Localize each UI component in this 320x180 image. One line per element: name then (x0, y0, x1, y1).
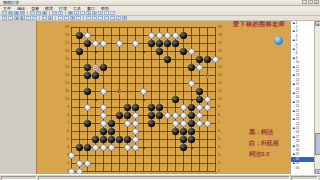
white-move-icon: □ (293, 167, 295, 170)
stone-black (148, 104, 155, 111)
toolbar-separator (39, 16, 40, 20)
stone-black (172, 40, 179, 47)
stone-white (212, 56, 219, 63)
stone-black (180, 136, 187, 143)
black-player-line: 黑：柯洁 (249, 127, 279, 138)
coordinate-label: 8 (59, 113, 69, 117)
triangle-icon[interactable]: △ (92, 16, 97, 20)
black-move-icon: ■ (293, 74, 295, 77)
stone-white (196, 112, 203, 119)
coordinate-label: 3 (218, 153, 228, 157)
coordinate-label: 19 (218, 25, 228, 29)
status-bar (0, 174, 320, 180)
coordinate-label: 7 (218, 121, 228, 125)
paste-icon[interactable]: ▣ (42, 11, 47, 15)
move-number: 10 (296, 61, 299, 64)
copy-icon[interactable]: ◫ (36, 11, 41, 15)
stone-black (180, 32, 187, 39)
stone-black (164, 56, 171, 63)
pass-icon[interactable]: ≈ (110, 16, 115, 20)
stone-white (92, 40, 99, 47)
toolbar-separator (65, 11, 66, 15)
stone-black (84, 88, 91, 95)
coordinate-label: 9 (218, 105, 228, 109)
coordinate-label: 18 (218, 33, 228, 37)
variation-down-icon[interactable]: ↓ (64, 16, 69, 20)
stone-black (196, 96, 203, 103)
grid-line-horizontal (71, 155, 216, 156)
stone-white-icon[interactable]: ○ (80, 11, 85, 15)
back-10-icon[interactable]: ‹ (8, 16, 13, 20)
number-icon[interactable]: # (86, 16, 91, 20)
move-number: 20 (296, 105, 299, 108)
black-move-icon: ■ (293, 162, 295, 165)
board-annotation-letter-B: B (117, 89, 121, 94)
coordinate-label: 10 (218, 97, 228, 101)
stone-black (84, 64, 91, 71)
go-first-icon[interactable]: « (2, 16, 7, 20)
stone-white (84, 32, 91, 39)
setting-icon[interactable]: ✱ (122, 16, 127, 20)
stone-black (100, 128, 107, 135)
coordinate-label: 10 (59, 97, 69, 101)
stone-white (108, 144, 115, 151)
toolbar-separator (83, 16, 84, 20)
stone-black (108, 128, 115, 135)
stone-black-icon[interactable]: ● (74, 11, 79, 15)
white-move-icon: □ (293, 105, 295, 108)
tree-scrollbar[interactable]: ▲ ▼ (314, 21, 320, 174)
stone-black (108, 136, 115, 143)
stone-white (132, 40, 139, 47)
stop-icon[interactable]: ■ (48, 16, 53, 20)
stone-white (172, 32, 179, 39)
stone-black (172, 128, 179, 135)
stone-black (84, 40, 91, 47)
coordinate-label: 15 (218, 57, 228, 61)
maximize-button[interactable]: □ (308, 0, 313, 4)
stone-white (92, 144, 99, 151)
stone-black (180, 144, 187, 151)
stone-white (196, 64, 203, 71)
coordinate-label: 7 (59, 121, 69, 125)
move-number: 31 (296, 153, 299, 156)
move-number: 8 (296, 52, 298, 55)
coordinate-label: 14 (59, 65, 69, 69)
stone-black (92, 136, 99, 143)
stone-white (132, 136, 139, 143)
stone-black (156, 104, 163, 111)
coordinate-label: 9 (59, 105, 69, 109)
letter-icon[interactable]: A (92, 11, 97, 15)
coordinate-label: 5 (218, 137, 228, 141)
forward-icon[interactable]: ▶ (20, 16, 25, 20)
black-move-icon: ■ (293, 153, 295, 156)
stone-white (188, 80, 195, 87)
move-number: 18 (296, 96, 299, 99)
grid-line-vertical (167, 27, 168, 172)
white-move-icon: □ (293, 61, 295, 64)
stone-white (100, 120, 107, 127)
black-move-icon: ■ (293, 83, 295, 86)
coordinate-label: 12 (218, 81, 228, 85)
help-icon[interactable]: ? (110, 11, 115, 15)
stone-black (84, 72, 91, 79)
coordinate-label: 11 (59, 89, 69, 93)
stone-white (100, 88, 107, 95)
star-point (191, 99, 193, 101)
cut-icon[interactable]: ✂ (30, 11, 35, 15)
stone-white (164, 32, 171, 39)
coordinate-label: 2 (59, 161, 69, 165)
coordinate-label: 6 (218, 129, 228, 133)
stone-white (132, 144, 139, 151)
stone-white (164, 112, 171, 119)
stone-black (124, 104, 131, 111)
add-move-icon[interactable]: ✚ (70, 16, 75, 20)
stone-white (132, 120, 139, 127)
coordinate-label: 5 (59, 137, 69, 141)
stone-black (76, 144, 83, 151)
grid-line-horizontal (71, 171, 216, 172)
mark-icon[interactable]: ▲ (86, 11, 91, 15)
go-application-window: 围棋打谱 –□✕ 文件编辑查看棋谱打谱工具窗口帮助 ▢▤▦▧✂◫▣↺↻▩●○▲A… (0, 0, 320, 180)
stone-white (100, 112, 107, 119)
stone-white (196, 104, 203, 111)
status-cell-middle (38, 176, 290, 180)
open-file-icon[interactable]: ▤ (8, 11, 13, 15)
board-annotation-letter-A: A (205, 73, 209, 78)
minimize-button[interactable]: – (302, 0, 307, 4)
coordinate-label: 17 (59, 41, 69, 45)
print-icon[interactable]: ▧ (20, 11, 25, 15)
star-point (143, 51, 145, 53)
stone-white (100, 40, 107, 47)
back-icon[interactable]: ◀ (14, 16, 19, 20)
play-icon[interactable]: ▷ (42, 16, 47, 20)
star-point (95, 99, 97, 101)
coordinate-label: 4 (59, 145, 69, 149)
white-move-icon: □ (293, 96, 295, 99)
toolbar-separator (49, 11, 50, 15)
stone-white (124, 120, 131, 127)
stone-black (204, 56, 211, 63)
stone-white (180, 112, 187, 119)
star-point (143, 99, 145, 101)
stone-black (156, 48, 163, 55)
stone-black (188, 104, 195, 111)
star-point (143, 147, 145, 149)
redo-icon[interactable]: ↻ (58, 11, 63, 15)
move-number: 28 (296, 140, 299, 143)
toolbar-separator (27, 11, 28, 15)
stone-black (188, 64, 195, 71)
coordinate-label: 12 (59, 81, 69, 85)
white-player-line: 白：朴廷桓 (249, 138, 279, 149)
grid-line-horizontal (71, 163, 216, 164)
stone-white (204, 96, 211, 103)
window-controls: –□✕ (302, 0, 319, 4)
stone-white (156, 32, 163, 39)
stone-white (204, 120, 211, 127)
stone-black (108, 120, 115, 127)
coordinate-label: 8 (218, 113, 228, 117)
variation-up-icon[interactable]: ↑ (58, 16, 63, 20)
stone-black (148, 40, 155, 47)
stone-black (180, 48, 187, 55)
white-move-icon: □ (293, 140, 295, 143)
close-button[interactable]: ✕ (314, 0, 319, 4)
move-tree-panel[interactable]: ■1□2■3□4■5□6■7□8■9□10■11□12■13□14■15□16■… (290, 21, 314, 174)
move-number: 23 (296, 118, 299, 121)
window-title: 围棋打谱 (3, 0, 19, 5)
stone-white (180, 120, 187, 127)
coordinate-label: 13 (59, 73, 69, 77)
stone-black (156, 40, 163, 47)
result-line: 柯洁3:2 (249, 149, 279, 160)
coordinate-label: 17 (218, 41, 228, 45)
go-board[interactable]: 爱下棋的围棋老师 黑：柯洁 白：朴廷桓 柯洁3:2 19181716151413… (36, 21, 290, 174)
status-cell-right (291, 176, 318, 180)
coordinate-label: 16 (218, 49, 228, 53)
delete-move-icon[interactable]: − (76, 16, 81, 20)
stone-white (196, 120, 203, 127)
stone-black (76, 48, 83, 55)
status-cell-left (1, 176, 37, 180)
stone-black (76, 32, 83, 39)
last-move-marker (94, 66, 97, 69)
tree-move-row[interactable]: □34 (291, 166, 314, 170)
stone-white (180, 104, 187, 111)
circle-icon[interactable]: ◇ (104, 16, 109, 20)
stone-white (84, 160, 91, 167)
stone-black (172, 96, 179, 103)
coordinate-label: 11 (218, 89, 228, 93)
stone-white (172, 112, 179, 119)
stone-black (148, 112, 155, 119)
grid-line-vertical (151, 27, 152, 172)
grid-line-vertical (215, 27, 216, 172)
coordinate-label: 19 (59, 25, 69, 29)
stone-black (100, 136, 107, 143)
scroll-up-icon[interactable]: ▲ (315, 21, 320, 26)
coordinate-label: 15 (59, 57, 69, 61)
save-icon[interactable]: ▦ (14, 11, 19, 15)
stone-white (116, 40, 123, 47)
stone-black (156, 112, 163, 119)
star-point (95, 51, 97, 53)
white-move-icon: □ (293, 131, 295, 134)
stone-black (84, 144, 91, 151)
coordinate-label: 6 (59, 129, 69, 133)
info-icon[interactable]: i (104, 11, 109, 15)
square-icon[interactable]: □ (98, 16, 103, 20)
stone-black (188, 112, 195, 119)
zoom-icon[interactable]: ◎ (98, 11, 103, 15)
stone-white (76, 160, 83, 167)
new-file-icon[interactable]: ▢ (2, 11, 7, 15)
globe-icon (274, 36, 283, 45)
stone-white (100, 104, 107, 111)
stone-black (188, 120, 195, 127)
stone-black (84, 120, 91, 127)
forward-10-icon[interactable]: › (26, 16, 31, 20)
game-info-text: 黑：柯洁 白：朴廷桓 柯洁3:2 (249, 127, 279, 160)
board-watermark-text: 爱下棋的围棋老师 (233, 21, 285, 28)
board-icon[interactable]: ▩ (68, 11, 73, 15)
stone-black (100, 64, 107, 71)
stone-white (124, 144, 131, 151)
coordinate-label: 1 (218, 169, 228, 173)
black-move-icon: ■ (293, 39, 295, 42)
stone-black (196, 88, 203, 95)
move-number: 15 (296, 83, 299, 86)
stone-black (188, 136, 195, 143)
stone-black (188, 128, 195, 135)
stone-black (124, 112, 131, 119)
coordinate-label: 16 (59, 49, 69, 53)
count-icon[interactable]: Σ (116, 16, 121, 20)
move-number: 34 (296, 167, 299, 170)
stone-white (172, 120, 179, 127)
white-move-icon: □ (293, 52, 295, 55)
stone-white (148, 32, 155, 39)
stone-black (124, 136, 131, 143)
move-number: 5 (296, 39, 298, 42)
stone-white (84, 104, 91, 111)
stone-white (188, 48, 195, 55)
coordinate-label: 2 (218, 161, 228, 165)
stone-black (164, 40, 171, 47)
stone-black (196, 56, 203, 63)
move-number: 13 (296, 74, 299, 77)
coordinate-label: 4 (218, 145, 228, 149)
stone-white (132, 112, 139, 119)
coordinate-label: 18 (59, 33, 69, 37)
stone-black (132, 104, 139, 111)
stone-black (116, 136, 123, 143)
stone-white (100, 144, 107, 151)
black-move-icon: ■ (293, 118, 295, 121)
stone-black (92, 72, 99, 79)
toolbar-separator (55, 16, 56, 20)
stone-white (68, 152, 75, 159)
go-last-icon[interactable]: » (32, 16, 37, 20)
coordinate-label: 13 (218, 73, 228, 77)
move-number: 26 (296, 131, 299, 134)
stone-black (148, 120, 155, 127)
stone-black (180, 128, 187, 135)
star-point (191, 147, 193, 149)
move-number: 33 (296, 162, 299, 165)
stone-white (132, 128, 139, 135)
coordinate-label: 14 (218, 65, 228, 69)
client-area: 爱下棋的围棋老师 黑：柯洁 白：朴廷桓 柯洁3:2 19181716151413… (0, 21, 320, 174)
stone-black (116, 112, 123, 119)
stone-white (204, 104, 211, 111)
stone-white (140, 88, 147, 95)
scrollbar-thumb[interactable] (315, 133, 320, 155)
undo-icon[interactable]: ↺ (52, 11, 57, 15)
